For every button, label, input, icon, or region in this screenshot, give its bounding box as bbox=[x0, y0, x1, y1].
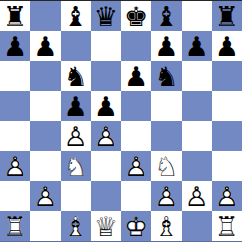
piece-white-pawn: ♟♙ bbox=[3, 153, 27, 180]
square-g2[interactable]: ♟♙ bbox=[182, 181, 212, 211]
square-e6[interactable]: ♟ bbox=[121, 61, 151, 91]
square-b3[interactable] bbox=[30, 151, 60, 181]
square-d7[interactable] bbox=[91, 31, 121, 61]
square-d6[interactable] bbox=[91, 61, 121, 91]
square-a7[interactable]: ♟ bbox=[0, 31, 30, 61]
piece-black-pawn: ♟ bbox=[124, 63, 148, 90]
square-d2[interactable] bbox=[91, 181, 121, 211]
piece-white-pawn: ♟♙ bbox=[185, 183, 209, 210]
square-f8[interactable]: ♝ bbox=[151, 1, 181, 31]
piece-white-rook: ♜♖ bbox=[215, 213, 239, 240]
piece-white-knight: ♞♘ bbox=[64, 153, 88, 180]
piece-white-rook: ♜♖ bbox=[3, 213, 27, 240]
piece-black-pawn: ♟ bbox=[64, 93, 88, 120]
square-h4[interactable] bbox=[212, 121, 242, 151]
piece-black-rook: ♜ bbox=[215, 3, 239, 30]
piece-white-pawn: ♟♙ bbox=[33, 183, 57, 210]
square-d4[interactable]: ♟♙ bbox=[91, 121, 121, 151]
square-e1[interactable]: ♚♔ bbox=[121, 211, 151, 241]
square-g4[interactable] bbox=[182, 121, 212, 151]
piece-black-knight: ♞ bbox=[64, 63, 88, 90]
square-h3[interactable] bbox=[212, 151, 242, 181]
piece-black-pawn: ♟ bbox=[154, 33, 178, 60]
square-d5[interactable]: ♟ bbox=[91, 91, 121, 121]
piece-white-bishop: ♝♗ bbox=[154, 213, 178, 240]
square-h7[interactable]: ♟ bbox=[212, 31, 242, 61]
square-a5[interactable] bbox=[0, 91, 30, 121]
square-b7[interactable]: ♟ bbox=[30, 31, 60, 61]
piece-black-knight: ♞ bbox=[154, 63, 178, 90]
square-a3[interactable]: ♟♙ bbox=[0, 151, 30, 181]
square-f1[interactable]: ♝♗ bbox=[151, 211, 181, 241]
square-b5[interactable] bbox=[30, 91, 60, 121]
square-a1[interactable]: ♜♖ bbox=[0, 211, 30, 241]
square-e7[interactable] bbox=[121, 31, 151, 61]
piece-white-king: ♚♔ bbox=[124, 213, 148, 240]
square-e3[interactable]: ♟♙ bbox=[121, 151, 151, 181]
square-d3[interactable] bbox=[91, 151, 121, 181]
square-c5[interactable]: ♟ bbox=[61, 91, 91, 121]
square-h5[interactable] bbox=[212, 91, 242, 121]
piece-white-queen: ♛♕ bbox=[94, 213, 118, 240]
square-c7[interactable] bbox=[61, 31, 91, 61]
piece-black-pawn: ♟ bbox=[185, 33, 209, 60]
piece-white-knight: ♞♘ bbox=[154, 153, 178, 180]
piece-black-bishop: ♝ bbox=[154, 3, 178, 30]
square-g6[interactable] bbox=[182, 61, 212, 91]
piece-black-queen: ♛ bbox=[94, 3, 118, 30]
piece-black-pawn: ♟ bbox=[215, 33, 239, 60]
chess-board: ♜♝♛♚♝♜♟♟♟♟♟♞♟♞♟♟♟♙♟♙♟♙♞♘♟♙♞♘♟♙♟♙♟♙♟♙♜♖♝♗… bbox=[0, 0, 242, 242]
square-a8[interactable]: ♜ bbox=[0, 1, 30, 31]
square-e8[interactable]: ♚ bbox=[121, 1, 151, 31]
square-g8[interactable] bbox=[182, 1, 212, 31]
square-c2[interactable] bbox=[61, 181, 91, 211]
square-g7[interactable]: ♟ bbox=[182, 31, 212, 61]
square-b2[interactable]: ♟♙ bbox=[30, 181, 60, 211]
square-b4[interactable] bbox=[30, 121, 60, 151]
square-b1[interactable] bbox=[30, 211, 60, 241]
square-c4[interactable]: ♟♙ bbox=[61, 121, 91, 151]
square-b8[interactable] bbox=[30, 1, 60, 31]
piece-black-pawn: ♟ bbox=[94, 93, 118, 120]
square-f5[interactable] bbox=[151, 91, 181, 121]
piece-white-pawn: ♟♙ bbox=[124, 153, 148, 180]
square-c1[interactable]: ♝♗ bbox=[61, 211, 91, 241]
square-b6[interactable] bbox=[30, 61, 60, 91]
square-h2[interactable]: ♟♙ bbox=[212, 181, 242, 211]
square-a6[interactable] bbox=[0, 61, 30, 91]
square-f4[interactable] bbox=[151, 121, 181, 151]
square-h8[interactable]: ♜ bbox=[212, 1, 242, 31]
piece-white-pawn: ♟♙ bbox=[94, 123, 118, 150]
square-e2[interactable] bbox=[121, 181, 151, 211]
square-f6[interactable]: ♞ bbox=[151, 61, 181, 91]
square-f2[interactable]: ♟♙ bbox=[151, 181, 181, 211]
square-f7[interactable]: ♟ bbox=[151, 31, 181, 61]
square-d1[interactable]: ♛♕ bbox=[91, 211, 121, 241]
piece-black-king: ♚ bbox=[124, 3, 148, 30]
square-d8[interactable]: ♛ bbox=[91, 1, 121, 31]
piece-white-pawn: ♟♙ bbox=[64, 123, 88, 150]
square-c8[interactable]: ♝ bbox=[61, 1, 91, 31]
square-f3[interactable]: ♞♘ bbox=[151, 151, 181, 181]
piece-black-bishop: ♝ bbox=[64, 3, 88, 30]
piece-black-pawn: ♟ bbox=[3, 33, 27, 60]
square-e4[interactable] bbox=[121, 121, 151, 151]
piece-white-bishop: ♝♗ bbox=[64, 213, 88, 240]
square-a2[interactable] bbox=[0, 181, 30, 211]
square-h1[interactable]: ♜♖ bbox=[212, 211, 242, 241]
piece-black-pawn: ♟ bbox=[33, 33, 57, 60]
square-h6[interactable] bbox=[212, 61, 242, 91]
square-a4[interactable] bbox=[0, 121, 30, 151]
piece-white-pawn: ♟♙ bbox=[215, 183, 239, 210]
square-g5[interactable] bbox=[182, 91, 212, 121]
piece-black-rook: ♜ bbox=[3, 3, 27, 30]
square-c6[interactable]: ♞ bbox=[61, 61, 91, 91]
square-e5[interactable] bbox=[121, 91, 151, 121]
square-c3[interactable]: ♞♘ bbox=[61, 151, 91, 181]
square-g3[interactable] bbox=[182, 151, 212, 181]
square-g1[interactable] bbox=[182, 211, 212, 241]
piece-white-pawn: ♟♙ bbox=[154, 183, 178, 210]
